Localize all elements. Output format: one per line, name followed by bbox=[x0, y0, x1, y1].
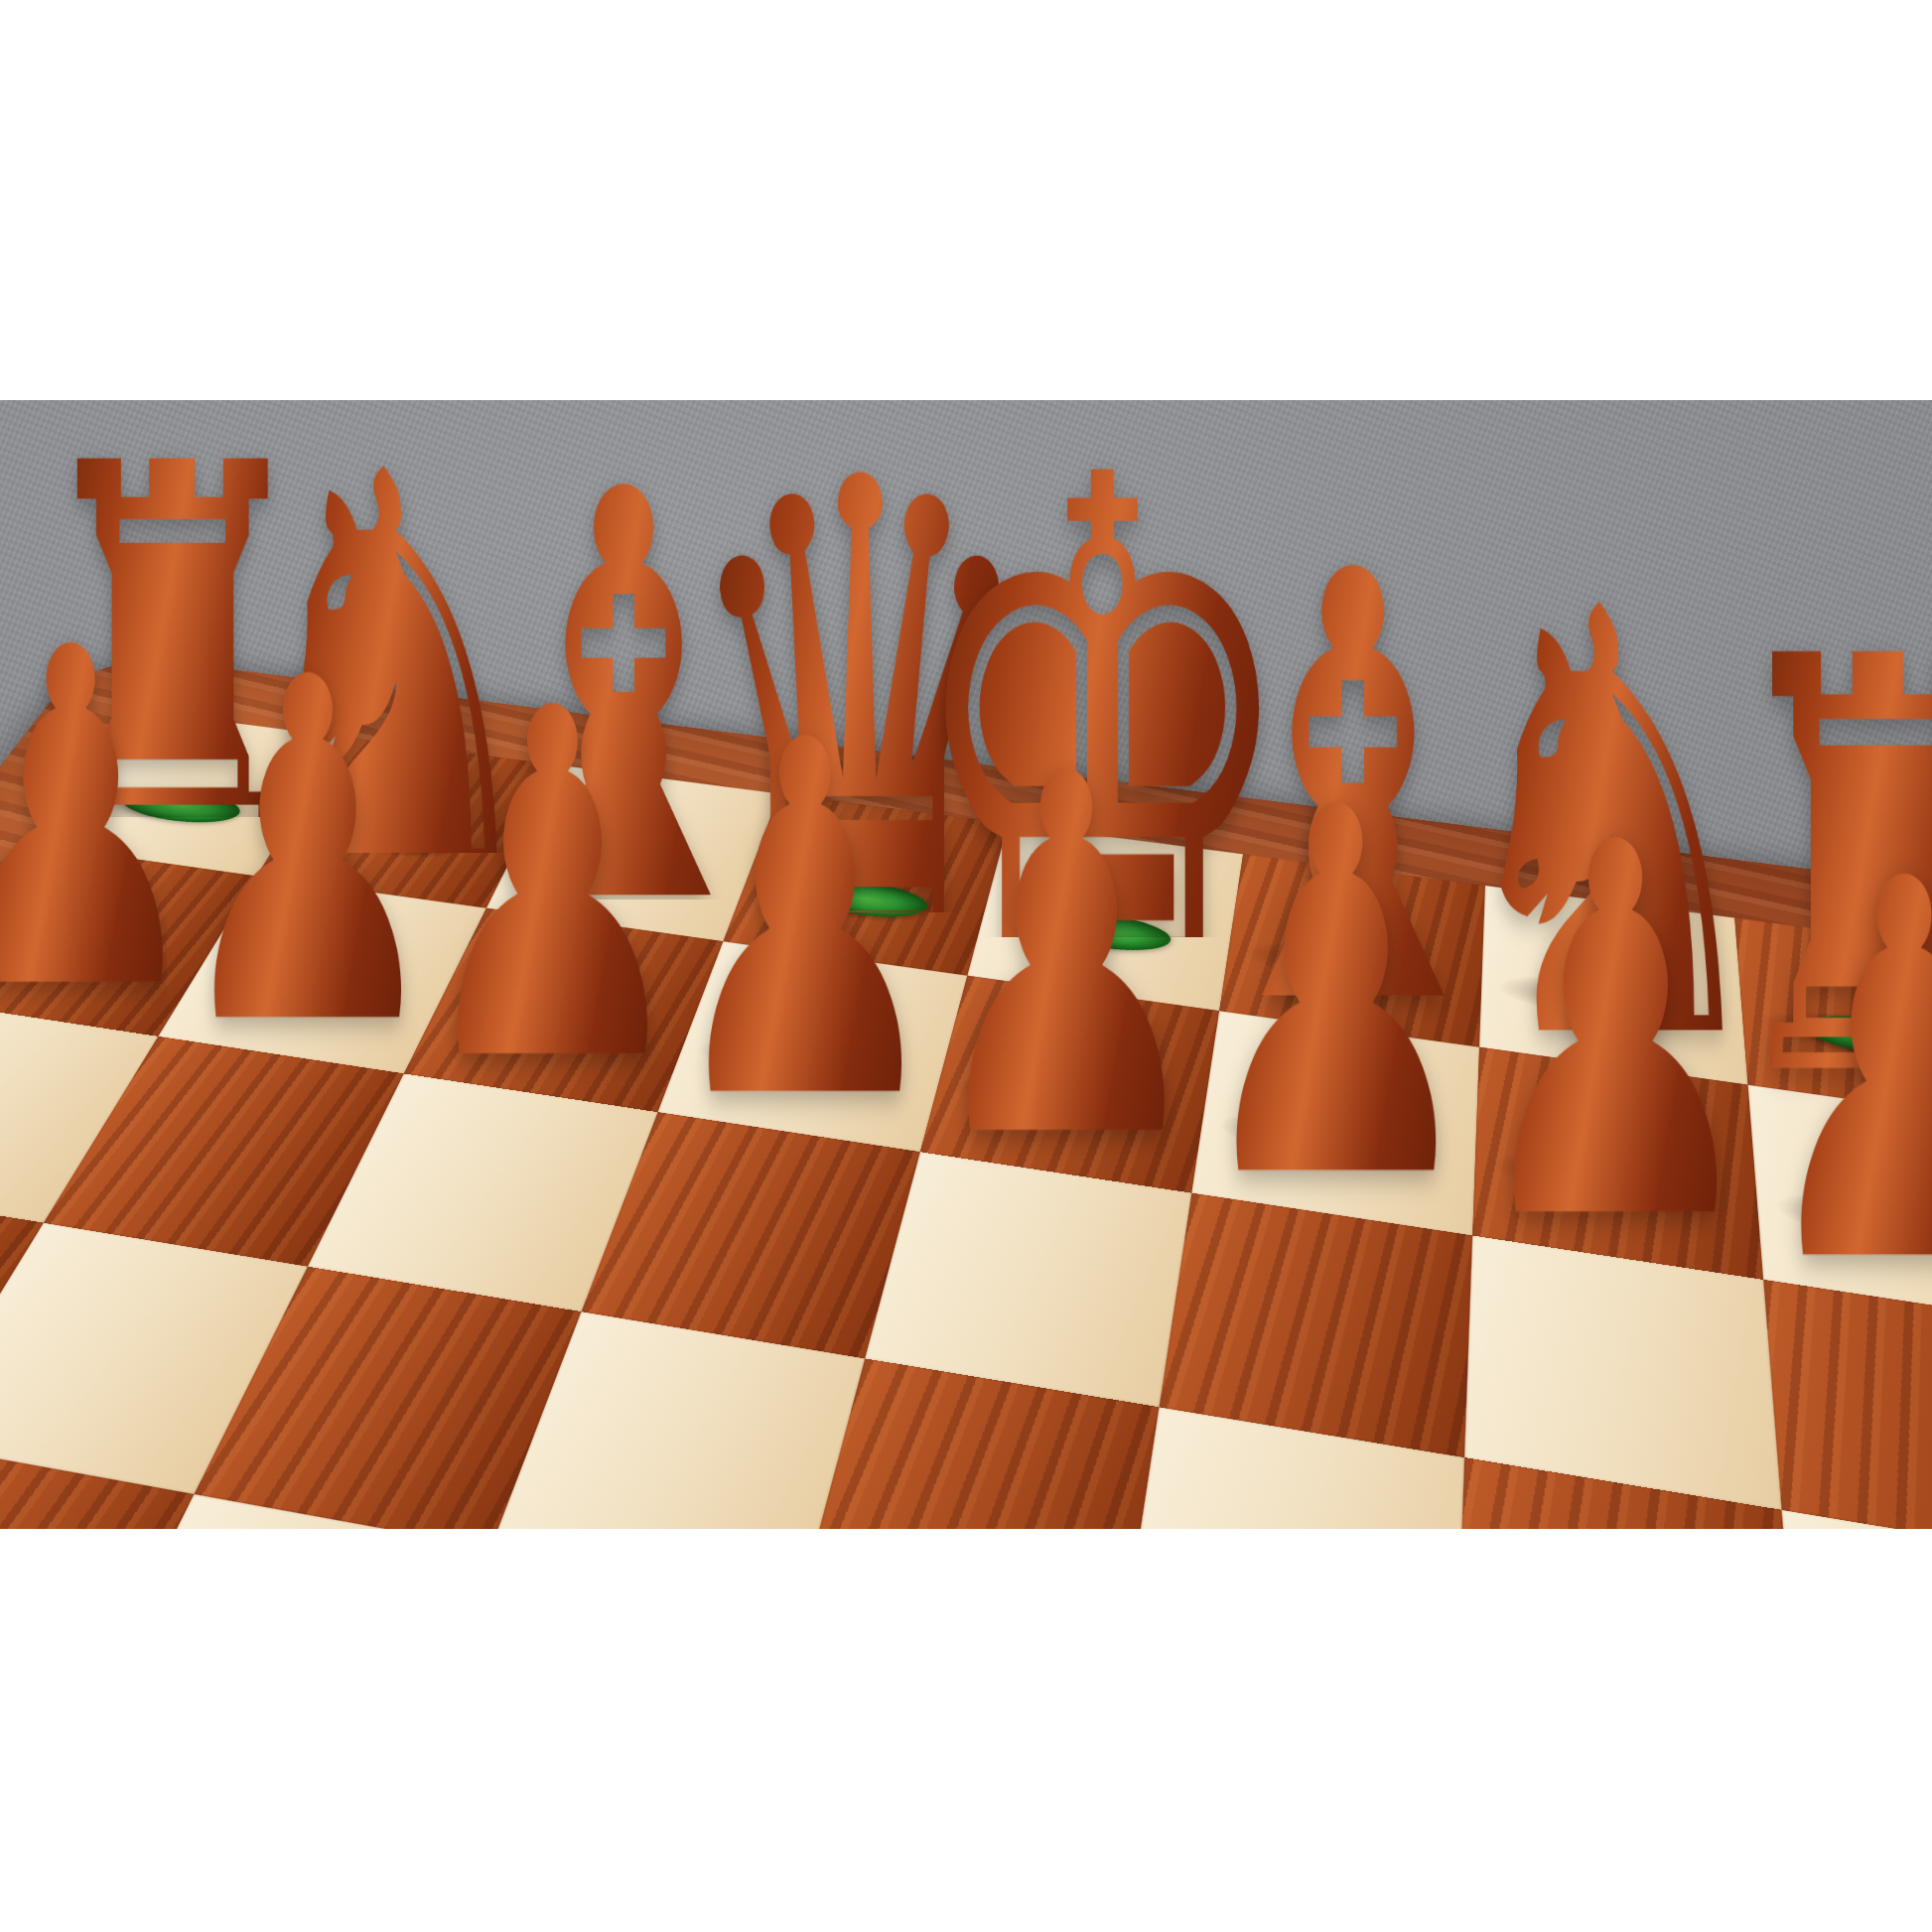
board-grid: ♜♞♝♛♚♝♞♜♟♟♟♟♟♟♟♟ bbox=[0, 710, 1932, 1529]
gray-felt-backdrop: ♜♞♝♛♚♝♞♜♟♟♟♟♟♟♟♟ bbox=[0, 400, 1932, 1529]
piece-pawn-h7: ♟ bbox=[1750, 814, 1932, 1335]
top-white-margin bbox=[0, 0, 1932, 400]
piece-pawn-f7: ♟ bbox=[1187, 745, 1486, 1248]
piece-pawn-b7: ♟ bbox=[168, 619, 448, 1090]
square-h7: ♟ bbox=[1748, 1085, 1932, 1325]
bottom-white-margin bbox=[0, 1529, 1932, 1932]
piece-pawn-e7: ♟ bbox=[919, 711, 1213, 1206]
square-f5 bbox=[1120, 1407, 1464, 1529]
photo-band: ♜♞♝♛♚♝♞♜♟♟♟♟♟♟♟♟ bbox=[0, 400, 1932, 1529]
square-f6 bbox=[1160, 1193, 1473, 1457]
square-h6 bbox=[1763, 1280, 1932, 1529]
piece-pawn-c7: ♟ bbox=[410, 648, 694, 1128]
piece-pawn-d7: ♟ bbox=[661, 679, 950, 1167]
chessboard: ♜♞♝♛♚♝♞♜♟♟♟♟♟♟♟♟ bbox=[0, 651, 1932, 1529]
piece-pawn-g7: ♟ bbox=[1463, 778, 1767, 1291]
